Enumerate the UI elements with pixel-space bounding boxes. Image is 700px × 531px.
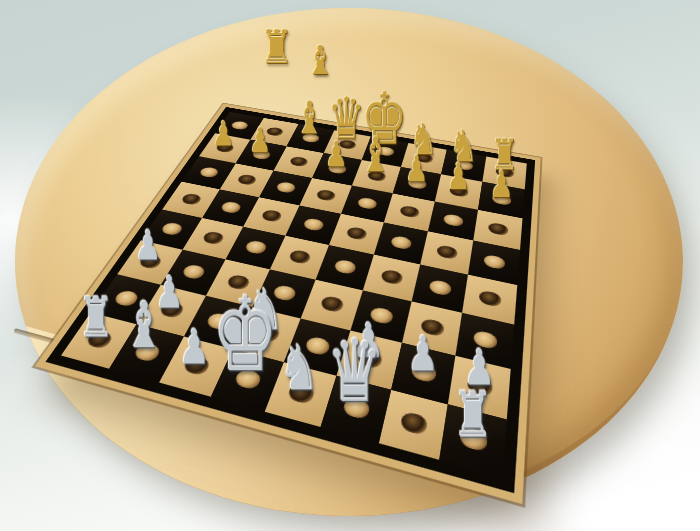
peg-hole (320, 295, 345, 313)
peg-hole (390, 235, 412, 250)
peg-hole (275, 181, 296, 193)
square-d4[interactable] (270, 236, 329, 280)
peg-hole (198, 166, 219, 178)
white-pawn[interactable]: ♟ (179, 322, 210, 370)
white-pawn[interactable]: ♟ (135, 224, 162, 265)
peg-hole (220, 201, 243, 214)
black-pawn[interactable]: ♟ (325, 136, 348, 171)
peg-hole (436, 245, 458, 260)
peg-hole (316, 189, 337, 202)
square-g6[interactable] (428, 201, 478, 240)
peg-hole (244, 240, 268, 255)
peg-hole (400, 411, 428, 436)
white-pawn[interactable]: ♟ (407, 329, 438, 378)
peg-hole (334, 259, 357, 275)
peg-hole (180, 193, 203, 206)
white-knight[interactable]: ♞ (279, 337, 319, 399)
white-rook[interactable]: ♜ (78, 289, 114, 345)
square-g7[interactable]: ♟ (435, 174, 483, 209)
peg-hole (488, 222, 508, 236)
peg-hole (236, 174, 257, 186)
square-g4[interactable] (412, 264, 468, 312)
peg-hole (289, 156, 309, 167)
black-pawn[interactable]: ♟ (489, 165, 513, 202)
white-bishop[interactable]: ♝ (124, 294, 165, 358)
peg-hole (261, 209, 283, 223)
black-pawn[interactable]: ♟ (447, 158, 471, 195)
peg-hole (399, 205, 420, 219)
tray-black-rook[interactable]: ♜ (261, 24, 293, 70)
square-a5[interactable] (162, 182, 220, 218)
black-pawn[interactable]: ♟ (405, 150, 428, 186)
white-king[interactable]: ♚ (212, 283, 278, 386)
peg-hole (357, 197, 378, 210)
white-rook[interactable]: ♜ (453, 382, 494, 445)
peg-hole (380, 269, 403, 286)
black-pawn[interactable]: ♟ (249, 123, 271, 157)
peg-hole (201, 231, 225, 246)
peg-hole (303, 218, 325, 232)
photo-scene: ♝♛♚♞♞♜♟♟♟♝♟♟♟♟♟♞♟♟♟♜♝♟♚♞♛♜ ♜♝ (0, 0, 700, 531)
peg-hole (288, 249, 312, 265)
peg-hole (479, 290, 502, 308)
white-queen[interactable]: ♛ (327, 328, 383, 415)
black-bishop[interactable]: ♝ (360, 131, 391, 179)
black-bishop[interactable]: ♝ (295, 96, 324, 141)
tray-black-bishop[interactable]: ♝ (306, 40, 334, 80)
peg-hole (160, 222, 184, 236)
black-pawn[interactable]: ♟ (213, 116, 235, 150)
square-h7[interactable]: ♟ (478, 182, 525, 218)
peg-hole (484, 254, 506, 270)
peg-hole (443, 213, 464, 227)
peg-hole (429, 279, 452, 296)
peg-hole (346, 226, 368, 241)
peg-hole (181, 264, 206, 280)
square-b4[interactable] (183, 218, 244, 259)
